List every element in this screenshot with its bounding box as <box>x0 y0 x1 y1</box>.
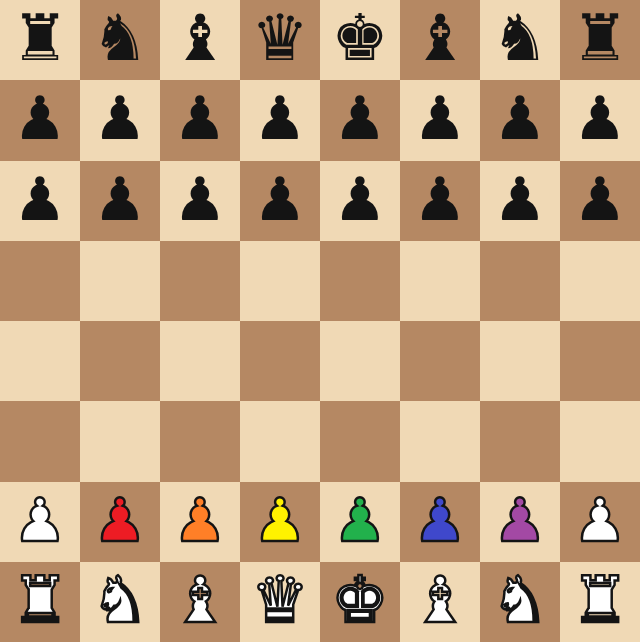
square-g4[interactable] <box>480 321 560 401</box>
square-g3[interactable] <box>480 401 560 481</box>
piece-black-pawn[interactable]: ♟ <box>573 169 627 229</box>
square-f8[interactable]: ♝ <box>400 0 480 80</box>
square-d5[interactable] <box>240 241 320 321</box>
square-e1[interactable]: ♚ <box>320 562 400 642</box>
square-g5[interactable] <box>480 241 560 321</box>
piece-white-queen[interactable]: ♛ <box>251 568 308 632</box>
piece-black-pawn[interactable]: ♟ <box>253 169 307 229</box>
piece-black-knight[interactable]: ♞ <box>91 6 148 70</box>
square-g2[interactable]: ♟ <box>480 482 560 562</box>
piece-white-pawn[interactable]: ♟ <box>13 490 67 550</box>
piece-black-pawn[interactable]: ♟ <box>253 88 307 148</box>
square-c8[interactable]: ♝ <box>160 0 240 80</box>
square-a8[interactable]: ♜ <box>0 0 80 80</box>
square-a4[interactable] <box>0 321 80 401</box>
piece-black-pawn[interactable]: ♟ <box>413 88 467 148</box>
square-g6[interactable]: ♟ <box>480 161 560 241</box>
square-h3[interactable] <box>560 401 640 481</box>
square-h8[interactable]: ♜ <box>560 0 640 80</box>
square-d4[interactable] <box>240 321 320 401</box>
piece-black-pawn[interactable]: ♟ <box>333 88 387 148</box>
piece-white-pawn[interactable]: ♟ <box>573 490 627 550</box>
square-d8[interactable]: ♛ <box>240 0 320 80</box>
square-g8[interactable]: ♞ <box>480 0 560 80</box>
square-g1[interactable]: ♞ <box>480 562 560 642</box>
square-e2[interactable]: ♟ <box>320 482 400 562</box>
chess-board: ♜♞♝♛♚♝♞♜♟♟♟♟♟♟♟♟♟♟♟♟♟♟♟♟♟♟♟♟♟♟♟♟♜♞♝♛♚♝♞♜ <box>0 0 640 642</box>
piece-black-pawn[interactable]: ♟ <box>173 169 227 229</box>
piece-black-pawn[interactable]: ♟ <box>573 88 627 148</box>
square-a5[interactable] <box>0 241 80 321</box>
piece-black-pawn[interactable]: ♟ <box>493 169 547 229</box>
square-d1[interactable]: ♛ <box>240 562 320 642</box>
square-h5[interactable] <box>560 241 640 321</box>
square-f7[interactable]: ♟ <box>400 80 480 160</box>
square-c1[interactable]: ♝ <box>160 562 240 642</box>
square-c7[interactable]: ♟ <box>160 80 240 160</box>
square-f1[interactable]: ♝ <box>400 562 480 642</box>
piece-black-rook[interactable]: ♜ <box>11 6 68 70</box>
chess-board-container: ♜♞♝♛♚♝♞♜♟♟♟♟♟♟♟♟♟♟♟♟♟♟♟♟♟♟♟♟♟♟♟♟♜♞♝♛♚♝♞♜ <box>0 0 640 642</box>
piece-orange-pawn[interactable]: ♟ <box>173 490 227 550</box>
piece-black-rook[interactable]: ♜ <box>571 6 628 70</box>
piece-black-knight[interactable]: ♞ <box>491 6 548 70</box>
piece-red-pawn[interactable]: ♟ <box>93 490 147 550</box>
square-h1[interactable]: ♜ <box>560 562 640 642</box>
square-c6[interactable]: ♟ <box>160 161 240 241</box>
square-c3[interactable] <box>160 401 240 481</box>
square-a7[interactable]: ♟ <box>0 80 80 160</box>
square-a3[interactable] <box>0 401 80 481</box>
square-c4[interactable] <box>160 321 240 401</box>
piece-black-pawn[interactable]: ♟ <box>93 88 147 148</box>
square-f4[interactable] <box>400 321 480 401</box>
piece-black-pawn[interactable]: ♟ <box>493 88 547 148</box>
square-e8[interactable]: ♚ <box>320 0 400 80</box>
piece-white-rook[interactable]: ♜ <box>11 568 68 632</box>
square-a2[interactable]: ♟ <box>0 482 80 562</box>
piece-black-pawn[interactable]: ♟ <box>333 169 387 229</box>
square-f3[interactable] <box>400 401 480 481</box>
square-h4[interactable] <box>560 321 640 401</box>
piece-white-king[interactable]: ♚ <box>331 568 388 632</box>
square-e7[interactable]: ♟ <box>320 80 400 160</box>
piece-black-pawn[interactable]: ♟ <box>173 88 227 148</box>
piece-green-pawn[interactable]: ♟ <box>333 490 387 550</box>
piece-white-bishop[interactable]: ♝ <box>411 568 468 632</box>
piece-black-pawn[interactable]: ♟ <box>93 169 147 229</box>
square-g7[interactable]: ♟ <box>480 80 560 160</box>
square-c2[interactable]: ♟ <box>160 482 240 562</box>
square-b2[interactable]: ♟ <box>80 482 160 562</box>
piece-black-bishop[interactable]: ♝ <box>411 6 468 70</box>
square-b7[interactable]: ♟ <box>80 80 160 160</box>
square-e3[interactable] <box>320 401 400 481</box>
square-b1[interactable]: ♞ <box>80 562 160 642</box>
square-b4[interactable] <box>80 321 160 401</box>
square-d3[interactable] <box>240 401 320 481</box>
square-d6[interactable]: ♟ <box>240 161 320 241</box>
square-f6[interactable]: ♟ <box>400 161 480 241</box>
square-d2[interactable]: ♟ <box>240 482 320 562</box>
square-f2[interactable]: ♟ <box>400 482 480 562</box>
piece-white-knight[interactable]: ♞ <box>491 568 548 632</box>
piece-white-bishop[interactable]: ♝ <box>171 568 228 632</box>
square-e5[interactable] <box>320 241 400 321</box>
square-c5[interactable] <box>160 241 240 321</box>
piece-black-pawn[interactable]: ♟ <box>13 88 67 148</box>
piece-white-rook[interactable]: ♜ <box>571 568 628 632</box>
piece-yellow-pawn[interactable]: ♟ <box>253 490 307 550</box>
piece-black-queen[interactable]: ♛ <box>251 6 308 70</box>
piece-black-king[interactable]: ♚ <box>331 6 388 70</box>
square-a1[interactable]: ♜ <box>0 562 80 642</box>
square-b8[interactable]: ♞ <box>80 0 160 80</box>
square-d7[interactable]: ♟ <box>240 80 320 160</box>
square-e4[interactable] <box>320 321 400 401</box>
square-e6[interactable]: ♟ <box>320 161 400 241</box>
piece-purple-pawn[interactable]: ♟ <box>493 490 547 550</box>
piece-black-bishop[interactable]: ♝ <box>171 6 228 70</box>
square-b6[interactable]: ♟ <box>80 161 160 241</box>
piece-black-pawn[interactable]: ♟ <box>13 169 67 229</box>
piece-blue-pawn[interactable]: ♟ <box>413 490 467 550</box>
square-b3[interactable] <box>80 401 160 481</box>
piece-white-knight[interactable]: ♞ <box>91 568 148 632</box>
square-f5[interactable] <box>400 241 480 321</box>
square-b5[interactable] <box>80 241 160 321</box>
square-h2[interactable]: ♟ <box>560 482 640 562</box>
piece-black-pawn[interactable]: ♟ <box>413 169 467 229</box>
square-h7[interactable]: ♟ <box>560 80 640 160</box>
square-a6[interactable]: ♟ <box>0 161 80 241</box>
square-h6[interactable]: ♟ <box>560 161 640 241</box>
